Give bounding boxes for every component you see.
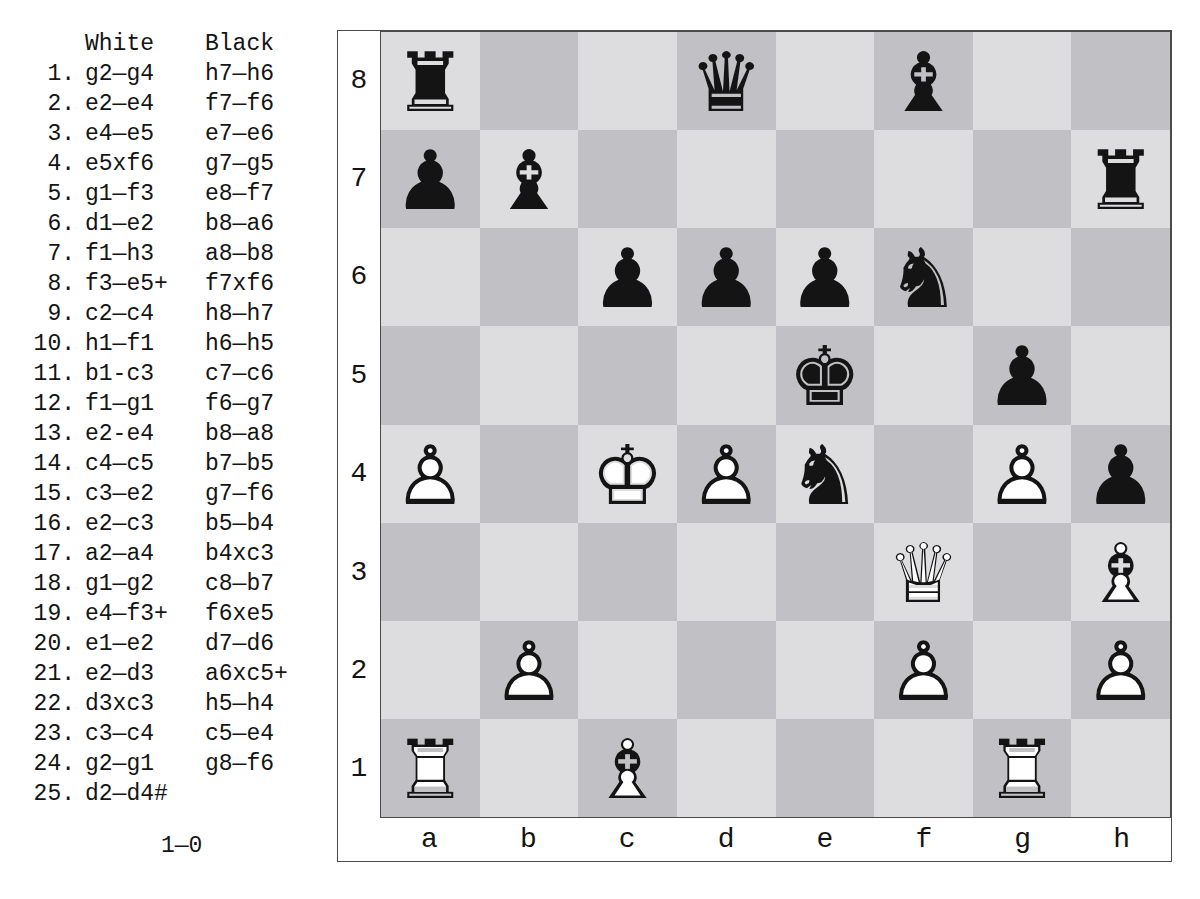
move-number: 13.: [20, 419, 75, 449]
file-label-b: b: [479, 818, 578, 861]
rank-label-8: 8: [338, 31, 380, 129]
black-bishop-piece: ♝: [874, 34, 973, 132]
piece-outline: ♔: [578, 427, 677, 525]
move-number: 19.: [20, 599, 75, 629]
move-row-9: 9.c2—c4h8—h7: [20, 299, 320, 329]
move-number: 24.: [20, 749, 75, 779]
black-move: g7—g5: [205, 149, 274, 179]
move-row-19: 19.e4—f3+f6xe5: [20, 599, 320, 629]
move-number-header: [20, 29, 75, 59]
white-move: c2—c4: [85, 299, 195, 329]
square-e2[interactable]: [776, 621, 875, 719]
move-number: 4.: [20, 149, 75, 179]
square-g4[interactable]: ♟♙: [973, 425, 1072, 523]
white-move: e4—e5: [85, 119, 195, 149]
piece-outline: ♗: [1071, 525, 1170, 623]
square-a2[interactable]: [381, 621, 480, 719]
black-move: c7—c6: [205, 359, 274, 389]
rank-labels: 87654321: [338, 31, 380, 818]
move-row-23: 23.c3—c4c5—e4: [20, 719, 320, 749]
white-pawn-piece: ♟♙: [381, 427, 480, 525]
square-c1[interactable]: ♝♗: [578, 719, 677, 817]
rank-label-2: 2: [338, 621, 380, 719]
black-move: h8—h7: [205, 299, 274, 329]
white-move: d3xc3: [85, 689, 195, 719]
move-number: 2.: [20, 89, 75, 119]
black-move: c8—b7: [205, 569, 274, 599]
white-move: e2-e4: [85, 419, 195, 449]
chess-board: ♜♛♝♟♝♜♟♟♟♞♚♟♟♙♚♔♟♙♞♟♙♟♛♕♝♗♟♙♟♙♟♙♜♖♝♗♜♖: [380, 31, 1171, 818]
white-bishop-piece: ♝♗: [1071, 525, 1170, 623]
black-king-piece: ♚: [776, 328, 875, 426]
white-move: c3—c4: [85, 719, 195, 749]
square-e7[interactable]: [776, 130, 875, 228]
file-label-e: e: [776, 818, 875, 861]
square-g7[interactable]: [973, 130, 1072, 228]
white-move: g1—g2: [85, 569, 195, 599]
file-label-d: d: [677, 818, 776, 861]
square-h4[interactable]: ♟: [1071, 425, 1170, 523]
square-f2[interactable]: ♟♙: [874, 621, 973, 719]
move-rows: 1.g2—g4h7—h62.e2—e4f7—f63.e4—e5e7—e64.e5…: [20, 59, 320, 809]
piece-outline: ♙: [381, 427, 480, 525]
black-move: g7—f6: [205, 479, 274, 509]
black-move: b8—a6: [205, 209, 274, 239]
square-d6[interactable]: ♟: [677, 228, 776, 326]
white-king-piece: ♚♔: [578, 427, 677, 525]
black-move: f6—g7: [205, 389, 274, 419]
move-row-3: 3.e4—e5e7—e6: [20, 119, 320, 149]
piece-outline: ♙: [1071, 623, 1170, 721]
black-pawn-piece: ♟: [776, 230, 875, 328]
move-number: 3.: [20, 119, 75, 149]
square-f7[interactable]: [874, 130, 973, 228]
file-label-g: g: [973, 818, 1072, 861]
move-number: 5.: [20, 179, 75, 209]
black-bishop-piece: ♝: [480, 132, 579, 230]
white-move: d2—d4#: [85, 779, 195, 809]
white-pawn-piece: ♟♙: [677, 427, 776, 525]
move-row-4: 4.e5xf6g7—g5: [20, 149, 320, 179]
move-row-25: 25.d2—d4#: [20, 779, 320, 809]
file-labels: abcdefgh: [380, 818, 1171, 861]
white-move: g2—g1: [85, 749, 195, 779]
rank-label-4: 4: [338, 425, 380, 523]
white-move: e2—c3: [85, 509, 195, 539]
square-c4[interactable]: ♚♔: [578, 425, 677, 523]
rank-label-7: 7: [338, 129, 380, 227]
black-pawn-piece: ♟: [578, 230, 677, 328]
square-b1[interactable]: [480, 719, 579, 817]
piece-outline: ♗: [578, 721, 677, 819]
white-move: e2—d3: [85, 659, 195, 689]
square-c8[interactable]: [578, 32, 677, 130]
square-g6[interactable]: [973, 228, 1072, 326]
square-a8[interactable]: ♜: [381, 32, 480, 130]
file-label-c: c: [578, 818, 677, 861]
piece-outline: ♖: [973, 721, 1072, 819]
move-row-17: 17.a2—a4b4xc3: [20, 539, 320, 569]
white-move: b1-c3: [85, 359, 195, 389]
piece-outline: ♙: [973, 427, 1072, 525]
black-move: d7—d6: [205, 629, 274, 659]
square-a4[interactable]: ♟♙: [381, 425, 480, 523]
black-move: h5—h4: [205, 689, 274, 719]
square-b2[interactable]: ♟♙: [480, 621, 579, 719]
black-pawn-piece: ♟: [1071, 427, 1170, 525]
piece-outline: ♙: [677, 427, 776, 525]
move-row-14: 14.c4—c5b7—b5: [20, 449, 320, 479]
black-move: f7—f6: [205, 89, 274, 119]
white-move: c4—c5: [85, 449, 195, 479]
piece-outline: ♕: [874, 525, 973, 623]
square-e3[interactable]: [776, 523, 875, 621]
square-f8[interactable]: ♝: [874, 32, 973, 130]
white-rook-piece: ♜♖: [973, 721, 1072, 819]
square-h8[interactable]: [1071, 32, 1170, 130]
square-c5[interactable]: [578, 326, 677, 424]
move-number: 20.: [20, 629, 75, 659]
white-move: f3—e5+: [85, 269, 195, 299]
square-d4[interactable]: ♟♙: [677, 425, 776, 523]
square-b7[interactable]: ♝: [480, 130, 579, 228]
black-move: b5—b4: [205, 509, 274, 539]
square-e1[interactable]: [776, 719, 875, 817]
white-move: e2—e4: [85, 89, 195, 119]
square-c3[interactable]: [578, 523, 677, 621]
square-g3[interactable]: [973, 523, 1072, 621]
black-knight-piece: ♞: [776, 427, 875, 525]
square-g8[interactable]: [973, 32, 1072, 130]
move-number: 14.: [20, 449, 75, 479]
move-row-12: 12.f1—g1f6—g7: [20, 389, 320, 419]
move-number: 7.: [20, 239, 75, 269]
move-number: 15.: [20, 479, 75, 509]
board-corner-spacer: [338, 818, 380, 861]
square-e4[interactable]: ♞: [776, 425, 875, 523]
move-number: 1.: [20, 59, 75, 89]
move-row-21: 21.e2—d3a6xc5+: [20, 659, 320, 689]
square-a3[interactable]: [381, 523, 480, 621]
move-number: 6.: [20, 209, 75, 239]
chess-board-frame: 87654321 ♜♛♝♟♝♜♟♟♟♞♚♟♟♙♚♔♟♙♞♟♙♟♛♕♝♗♟♙♟♙♟…: [337, 30, 1172, 862]
square-h6[interactable]: [1071, 228, 1170, 326]
move-list-header: White Black: [20, 29, 320, 59]
piece-outline: ♙: [480, 623, 579, 721]
square-a7[interactable]: ♟: [381, 130, 480, 228]
square-a6[interactable]: [381, 228, 480, 326]
file-label-h: h: [1072, 818, 1171, 861]
square-h1[interactable]: [1071, 719, 1170, 817]
move-row-20: 20.e1—e2d7—d6: [20, 629, 320, 659]
rank-label-6: 6: [338, 228, 380, 326]
black-knight-piece: ♞: [874, 230, 973, 328]
white-pawn-piece: ♟♙: [480, 623, 579, 721]
move-row-7: 7.f1—h3a8—b8: [20, 239, 320, 269]
square-f3[interactable]: ♛♕: [874, 523, 973, 621]
square-d7[interactable]: [677, 130, 776, 228]
black-rook-piece: ♜: [381, 34, 480, 132]
white-move: a2—a4: [85, 539, 195, 569]
square-c2[interactable]: [578, 621, 677, 719]
square-e6[interactable]: ♟: [776, 228, 875, 326]
move-number: 21.: [20, 659, 75, 689]
move-row-5: 5.g1—f3e8—f7: [20, 179, 320, 209]
square-a1[interactable]: ♜♖: [381, 719, 480, 817]
black-column-header: Black: [205, 29, 274, 59]
white-move: g2—g4: [85, 59, 195, 89]
square-d5[interactable]: [677, 326, 776, 424]
square-e5[interactable]: ♚: [776, 326, 875, 424]
square-a5[interactable]: [381, 326, 480, 424]
move-row-6: 6.d1—e2b8—a6: [20, 209, 320, 239]
square-c6[interactable]: ♟: [578, 228, 677, 326]
white-move: c3—e2: [85, 479, 195, 509]
white-move: e4—f3+: [85, 599, 195, 629]
black-move: h6—h5: [205, 329, 274, 359]
black-rook-piece: ♜: [1071, 132, 1170, 230]
white-bishop-piece: ♝♗: [578, 721, 677, 819]
black-pawn-piece: ♟: [973, 328, 1072, 426]
black-pawn-piece: ♟: [381, 132, 480, 230]
move-list: White Black 1.g2—g4h7—h62.e2—e4f7—f63.e4…: [20, 29, 320, 861]
rank-label-1: 1: [338, 720, 380, 818]
white-move: f1—h3: [85, 239, 195, 269]
white-queen-piece: ♛♕: [874, 525, 973, 623]
square-h7[interactable]: ♜: [1071, 130, 1170, 228]
black-move: a6xc5+: [205, 659, 288, 689]
square-f4[interactable]: [874, 425, 973, 523]
move-number: 22.: [20, 689, 75, 719]
square-f5[interactable]: [874, 326, 973, 424]
black-queen-piece: ♛: [677, 34, 776, 132]
black-move: b7—b5: [205, 449, 274, 479]
square-g5[interactable]: ♟: [973, 326, 1072, 424]
move-number: 12.: [20, 389, 75, 419]
piece-outline: ♖: [381, 721, 480, 819]
square-b6[interactable]: [480, 228, 579, 326]
move-number: 10.: [20, 329, 75, 359]
move-row-16: 16.e2—c3b5—b4: [20, 509, 320, 539]
square-h3[interactable]: ♝♗: [1071, 523, 1170, 621]
black-move: b8—a8: [205, 419, 274, 449]
square-b5[interactable]: [480, 326, 579, 424]
file-label-f: f: [874, 818, 973, 861]
move-row-1: 1.g2—g4h7—h6: [20, 59, 320, 89]
move-number: 16.: [20, 509, 75, 539]
square-e8[interactable]: [776, 32, 875, 130]
move-row-13: 13.e2-e4b8—a8: [20, 419, 320, 449]
move-row-22: 22.d3xc3h5—h4: [20, 689, 320, 719]
black-move: e7—e6: [205, 119, 274, 149]
rank-label-3: 3: [338, 523, 380, 621]
move-row-2: 2.e2—e4f7—f6: [20, 89, 320, 119]
move-number: 9.: [20, 299, 75, 329]
square-h5[interactable]: [1071, 326, 1170, 424]
square-d1[interactable]: [677, 719, 776, 817]
white-move: e5xf6: [85, 149, 195, 179]
white-move: h1—f1: [85, 329, 195, 359]
black-move: e8—f7: [205, 179, 274, 209]
move-number: 11.: [20, 359, 75, 389]
square-b8[interactable]: [480, 32, 579, 130]
white-pawn-piece: ♟♙: [973, 427, 1072, 525]
move-row-24: 24.g2—g1g8—f6: [20, 749, 320, 779]
black-move: f6xe5: [205, 599, 274, 629]
white-move: e1—e2: [85, 629, 195, 659]
black-move: b4xc3: [205, 539, 274, 569]
square-d2[interactable]: [677, 621, 776, 719]
piece-outline: ♙: [874, 623, 973, 721]
move-number: 18.: [20, 569, 75, 599]
black-move: h7—h6: [205, 59, 274, 89]
white-move: d1—e2: [85, 209, 195, 239]
white-rook-piece: ♜♖: [381, 721, 480, 819]
move-row-18: 18.g1—g2c8—b7: [20, 569, 320, 599]
square-h2[interactable]: ♟♙: [1071, 621, 1170, 719]
rank-label-5: 5: [338, 326, 380, 424]
black-move: a8—b8: [205, 239, 274, 269]
square-c7[interactable]: [578, 130, 677, 228]
game-result: 1—0: [20, 831, 320, 861]
white-move: f1—g1: [85, 389, 195, 419]
move-number: 8.: [20, 269, 75, 299]
square-d8[interactable]: ♛: [677, 32, 776, 130]
white-move: g1—f3: [85, 179, 195, 209]
white-pawn-piece: ♟♙: [1071, 623, 1170, 721]
black-move: c5—e4: [205, 719, 274, 749]
black-move: g8—f6: [205, 749, 274, 779]
black-pawn-piece: ♟: [677, 230, 776, 328]
square-f6[interactable]: ♞: [874, 228, 973, 326]
black-move: f7xf6: [205, 269, 274, 299]
square-b4[interactable]: [480, 425, 579, 523]
move-number: 23.: [20, 719, 75, 749]
white-column-header: White: [85, 29, 195, 59]
file-label-a: a: [380, 818, 479, 861]
square-b3[interactable]: [480, 523, 579, 621]
square-g2[interactable]: [973, 621, 1072, 719]
move-row-8: 8.f3—e5+f7xf6: [20, 269, 320, 299]
move-row-10: 10.h1—f1h6—h5: [20, 329, 320, 359]
move-number: 25.: [20, 779, 75, 809]
square-g1[interactable]: ♜♖: [973, 719, 1072, 817]
move-row-11: 11.b1-c3c7—c6: [20, 359, 320, 389]
move-number: 17.: [20, 539, 75, 569]
square-f1[interactable]: [874, 719, 973, 817]
white-pawn-piece: ♟♙: [874, 623, 973, 721]
move-row-15: 15.c3—e2g7—f6: [20, 479, 320, 509]
square-d3[interactable]: [677, 523, 776, 621]
